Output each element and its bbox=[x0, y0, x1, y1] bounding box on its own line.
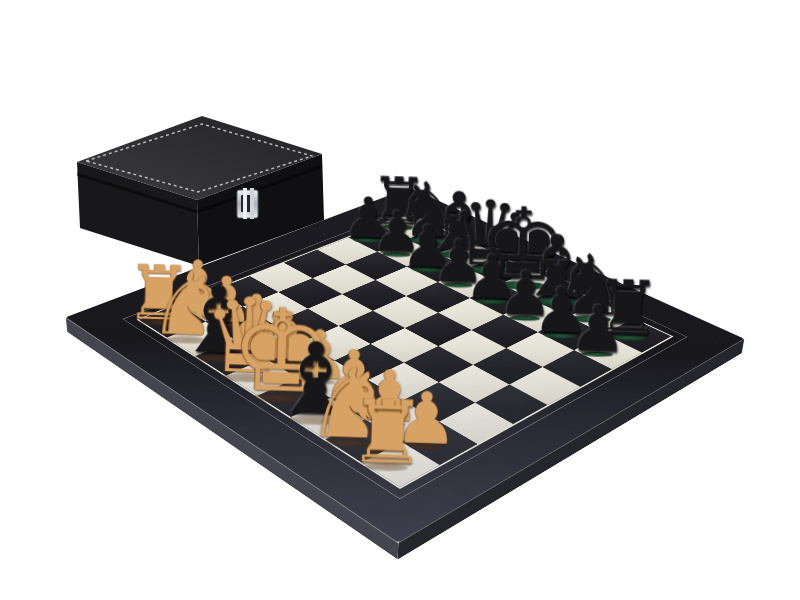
square-e6 bbox=[438, 298, 503, 330]
piece-white-queen-d1: ♛ bbox=[183, 286, 315, 385]
square-d8: ♛ bbox=[468, 256, 529, 284]
square-b4 bbox=[278, 278, 342, 309]
square-f8: ♝ bbox=[534, 286, 598, 317]
piece-black-bishop-f8: ♝ bbox=[497, 226, 616, 308]
square-f7: ♟ bbox=[503, 300, 568, 332]
square-b6 bbox=[346, 252, 407, 280]
piece-black-rook-h8: ♜ bbox=[566, 271, 689, 343]
piece-white-pawn-a2: ♟ bbox=[137, 253, 257, 313]
square-b7: ♟ bbox=[377, 239, 437, 266]
piece-black-knight-g8: ♞ bbox=[531, 245, 652, 325]
square-a3 bbox=[215, 276, 279, 306]
square-b5 bbox=[313, 265, 376, 294]
piece-white-bishop-c1: ♝ bbox=[153, 276, 282, 365]
piece-black-pawn-e7: ♟ bbox=[432, 248, 550, 307]
product-photo: ♜♞♝♛♚♝♞♜♟♟♟♟♟♟♟♟♟♟♟♟♟♟♟♟♜♞♝♛♚♝♞♜ bbox=[0, 0, 800, 600]
square-a1: ♜ bbox=[139, 305, 205, 338]
square-b8: ♞ bbox=[408, 227, 467, 253]
piece-black-bishop-c8: ♝ bbox=[402, 184, 514, 261]
square-d5 bbox=[373, 296, 438, 328]
square-g8: ♞ bbox=[568, 302, 633, 334]
square-c7: ♟ bbox=[407, 254, 468, 282]
square-c8: ♝ bbox=[437, 241, 497, 268]
piece-white-knight-b1: ♞ bbox=[125, 263, 251, 346]
piece-black-queen-d8: ♛ bbox=[432, 191, 546, 277]
square-a4 bbox=[250, 263, 313, 292]
piece-white-rook-a1: ♜ bbox=[98, 256, 221, 328]
square-c5 bbox=[342, 280, 406, 311]
square-a5 bbox=[284, 250, 345, 278]
square-c4 bbox=[308, 294, 373, 326]
chess-board: ♜♞♝♛♚♝♞♜♟♟♟♟♟♟♟♟♟♟♟♟♟♟♟♟♜♞♝♛♚♝♞♜ bbox=[66, 188, 744, 543]
piece-black-pawn-d7: ♟ bbox=[401, 232, 516, 290]
square-e7: ♟ bbox=[470, 284, 534, 315]
piece-black-rook-a8: ♜ bbox=[344, 169, 451, 232]
square-c6 bbox=[375, 267, 438, 296]
piece-black-pawn-c7: ♟ bbox=[370, 218, 483, 275]
piece-black-pawn-f7: ♟ bbox=[465, 263, 585, 323]
square-e8: ♚ bbox=[500, 270, 563, 300]
piece-black-king-e8: ♚ bbox=[464, 198, 581, 292]
square-b3 bbox=[243, 292, 308, 324]
square-a2: ♟ bbox=[178, 290, 243, 322]
piece-black-knight-b8: ♞ bbox=[373, 174, 483, 247]
square-a6 bbox=[317, 237, 377, 264]
board-grid: ♜♞♝♛♚♝♞♜♟♟♟♟♟♟♟♟♟♟♟♟♟♟♟♟♜♞♝♛♚♝♞♜ bbox=[139, 214, 670, 487]
square-a7: ♟ bbox=[349, 225, 408, 251]
piece-black-pawn-b7: ♟ bbox=[341, 204, 452, 259]
board-perspective: ♜♞♝♛♚♝♞♜♟♟♟♟♟♟♟♟♟♟♟♟♟♟♟♟♜♞♝♛♚♝♞♜ bbox=[0, 0, 800, 600]
square-d7: ♟ bbox=[438, 269, 501, 299]
board-tilt-wrapper: ♜♞♝♛♚♝♞♜♟♟♟♟♟♟♟♟♟♟♟♟♟♟♟♟♜♞♝♛♚♝♞♜ bbox=[0, 0, 800, 600]
board-sheen bbox=[66, 188, 744, 543]
square-d6 bbox=[406, 282, 470, 313]
square-a8: ♜ bbox=[379, 214, 437, 239]
piece-black-pawn-a7: ♟ bbox=[313, 190, 422, 244]
